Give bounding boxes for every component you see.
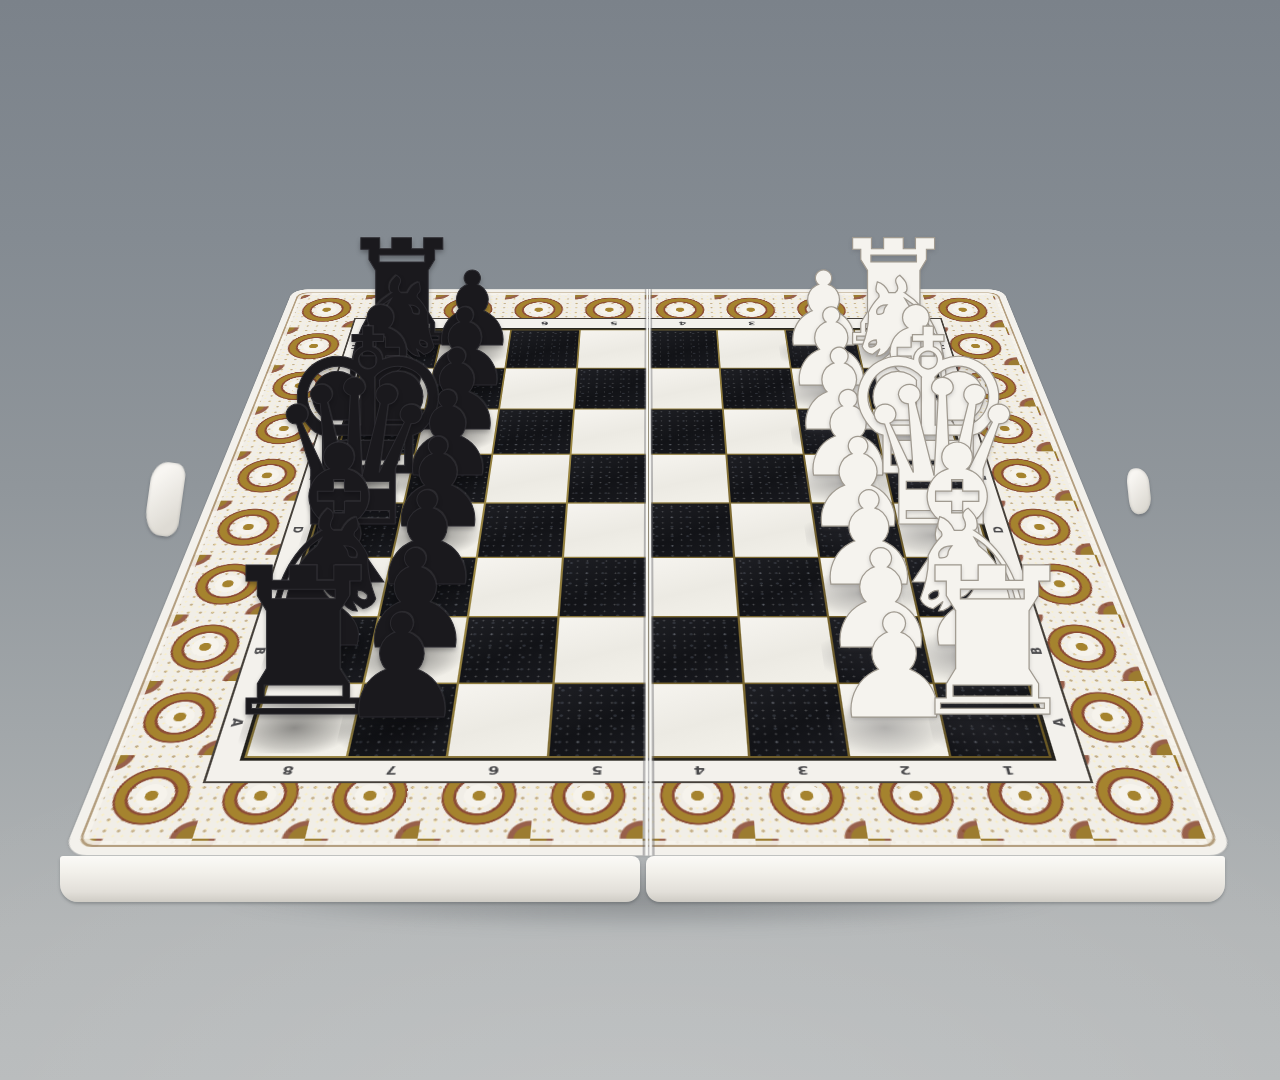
far-rank-label-6: 6: [510, 319, 580, 328]
chess-board: 87654321 87654321 HGFEDCBA HGFEDCBA: [62, 289, 1233, 855]
square-h1: [854, 330, 932, 367]
piece-shadow: [897, 570, 1010, 613]
square-d5: [564, 504, 647, 557]
square-f4: [649, 410, 725, 454]
square-b6: [459, 617, 557, 682]
piece-shadow: [335, 699, 458, 753]
piece-shadow: [910, 631, 1029, 679]
square-a1: [934, 684, 1048, 756]
square-c5: [559, 558, 647, 616]
piece-shadow: [864, 419, 960, 452]
square-c7: [379, 558, 476, 616]
square-g4: [649, 368, 722, 408]
square-c6: [469, 558, 561, 616]
square-b4: [649, 617, 742, 682]
square-f5: [571, 410, 647, 454]
square-a6: [448, 684, 552, 756]
piece-shadow: [381, 515, 485, 554]
piece-shadow: [855, 377, 947, 407]
near-rank-label-6: 6: [441, 761, 546, 782]
near-rank-label-7: 7: [337, 761, 444, 782]
piece-shadow: [394, 465, 493, 501]
square-e5: [568, 454, 648, 502]
near-rank-label-8: 8: [233, 761, 341, 782]
square-c1: [906, 558, 1007, 616]
piece-shadow: [925, 699, 1052, 753]
square-g1: [863, 368, 945, 408]
board-front-edge: [57, 856, 1228, 902]
square-d1: [894, 504, 989, 557]
far-rank-label-4: 4: [648, 319, 717, 328]
square-g7: [426, 368, 505, 408]
near-rank-label-3: 3: [750, 761, 855, 782]
square-h6: [506, 330, 578, 367]
piece-shadow: [885, 515, 992, 554]
front-edge-left-half: [60, 856, 640, 902]
piece-shadow: [847, 338, 935, 366]
square-e4: [649, 454, 729, 502]
piece-shadow: [405, 419, 499, 452]
near-rank-label-4: 4: [648, 761, 752, 782]
far-rank-label-1: 1: [854, 319, 925, 328]
square-a7: [348, 684, 457, 756]
studio-photo-scene: 87654321 87654321 HGFEDCBA HGFEDCBA ♜♟♟♜…: [0, 0, 1280, 1080]
square-g5: [575, 368, 648, 408]
square-b1: [919, 617, 1026, 682]
square-h7: [435, 330, 510, 367]
far-rank-label-3: 3: [717, 319, 787, 328]
square-b5: [554, 617, 647, 682]
square-g6: [500, 368, 576, 408]
far-rank-label-5: 5: [579, 319, 648, 328]
square-a4: [649, 684, 747, 756]
square-c4: [649, 558, 737, 616]
square-a5: [549, 684, 647, 756]
far-rank-label-2: 2: [785, 319, 856, 328]
square-d6: [478, 504, 565, 557]
square-f7: [416, 410, 498, 454]
square-f6: [493, 410, 572, 454]
far-rank-label-8: 8: [371, 319, 442, 328]
square-e1: [883, 454, 973, 502]
front-edge-right-half: [646, 856, 1226, 902]
square-h4: [649, 330, 719, 367]
square-d4: [649, 504, 732, 557]
square-d7: [393, 504, 484, 557]
near-rank-label-5: 5: [544, 761, 648, 782]
square-e7: [405, 454, 492, 502]
square-e6: [486, 454, 569, 502]
piece-shadow: [416, 377, 506, 407]
piece-shadow: [874, 465, 975, 501]
latch-right-clasp: [1126, 467, 1153, 515]
square-f1: [872, 410, 958, 454]
near-rank-label-2: 2: [852, 761, 959, 782]
square-b7: [364, 617, 466, 682]
latch-left-clasp: [143, 460, 187, 538]
square-h5: [578, 330, 648, 367]
piece-shadow: [367, 570, 477, 613]
piece-shadow: [426, 338, 512, 366]
far-rank-label-7: 7: [440, 319, 511, 328]
piece-shadow: [352, 631, 468, 679]
near-rank-label-1: 1: [954, 761, 1062, 782]
